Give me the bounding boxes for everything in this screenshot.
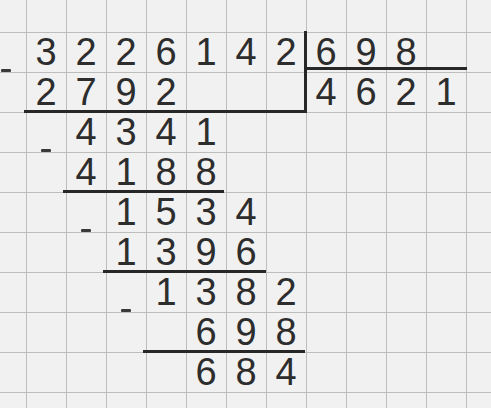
subtraction-line-4 [143, 350, 305, 353]
dividend-digit-2: 2 [66, 32, 106, 72]
product-4-digit-1: 6 [186, 312, 226, 352]
minus-step-3 [81, 229, 91, 232]
remainder-1-digit-1: 4 [66, 112, 106, 152]
product-3-digit-4: 6 [226, 232, 266, 272]
product-3-digit-2: 3 [146, 232, 186, 272]
subtraction-line-3 [103, 270, 266, 273]
product-3-digit-3: 9 [186, 232, 226, 272]
remainder-2-digit-4: 4 [226, 192, 266, 232]
product-2-digit-1: 4 [66, 152, 106, 192]
remainder-3-digit-3: 8 [226, 272, 266, 312]
remainder-1-digit-2: 3 [106, 112, 146, 152]
quotient-digit-1: 4 [306, 72, 346, 112]
product-1-digit-4: 2 [146, 72, 186, 112]
dividend-digit-1: 3 [26, 32, 66, 72]
subtraction-line-2 [63, 190, 224, 193]
subtraction-line-1 [24, 110, 307, 113]
divisor-digit-2: 9 [346, 32, 386, 72]
remainder-1-digit-3: 4 [146, 112, 186, 152]
remainder-2-digit-3: 3 [186, 192, 226, 232]
long-division-board: 3226142698279246214341418815341396138269… [0, 0, 491, 408]
product-2-digit-2: 1 [106, 152, 146, 192]
final-remainder-digit-3: 4 [266, 352, 306, 392]
remainder-3-digit-1: 1 [146, 272, 186, 312]
product-2-digit-3: 8 [146, 152, 186, 192]
dividend-digit-5: 1 [186, 32, 226, 72]
divisor-digit-3: 8 [386, 32, 426, 72]
division-bar-vertical [304, 31, 307, 112]
dividend-digit-3: 2 [106, 32, 146, 72]
product-4-digit-2: 9 [226, 312, 266, 352]
minus-step-2 [41, 149, 51, 152]
product-1-digit-3: 9 [106, 72, 146, 112]
remainder-2-digit-1: 1 [106, 192, 146, 232]
dividend-digit-7: 2 [266, 32, 306, 72]
dividend-digit-4: 6 [146, 32, 186, 72]
divisor-digit-1: 6 [306, 32, 346, 72]
remainder-2-digit-2: 5 [146, 192, 186, 232]
final-remainder-digit-2: 8 [226, 352, 266, 392]
remainder-1-digit-4: 1 [186, 112, 226, 152]
minus-step-4 [121, 309, 131, 312]
product-4-digit-3: 8 [266, 312, 306, 352]
product-1-digit-2: 7 [66, 72, 106, 112]
divisor-underline [306, 67, 467, 70]
remainder-3-digit-2: 3 [186, 272, 226, 312]
dividend-digit-6: 4 [226, 32, 266, 72]
quotient-digit-2: 6 [346, 72, 386, 112]
product-1-digit-1: 2 [26, 72, 66, 112]
quotient-digit-3: 2 [386, 72, 426, 112]
product-2-digit-4: 8 [186, 152, 226, 192]
remainder-3-digit-4: 2 [266, 272, 306, 312]
final-remainder-digit-1: 6 [186, 352, 226, 392]
minus-step-1 [1, 69, 11, 72]
quotient-digit-4: 1 [426, 72, 466, 112]
product-3-digit-1: 1 [106, 232, 146, 272]
